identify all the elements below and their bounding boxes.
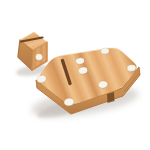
cube-pip-group [35, 53, 43, 60]
domino-pip [35, 53, 43, 60]
product-scene [0, 0, 150, 150]
scene-svg [0, 0, 150, 150]
